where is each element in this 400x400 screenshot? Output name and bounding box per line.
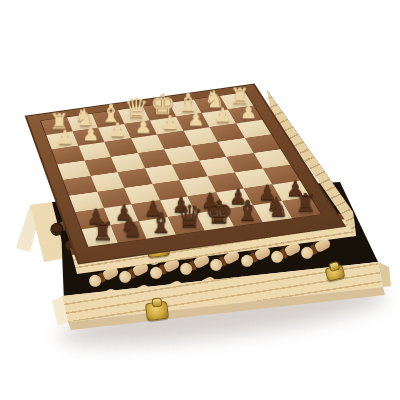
piece-white-pawn: ♟: [161, 113, 178, 132]
board-square: [244, 134, 280, 153]
board-square: ♜: [82, 225, 118, 247]
piece-black-king: ♚: [204, 196, 233, 228]
piece-white-pawn: ♟: [109, 120, 126, 139]
piece-black-queen: ♛: [176, 201, 204, 232]
piece-white-pawn: ♟: [82, 124, 99, 143]
piece-black-bishop: ♝: [148, 208, 173, 236]
board-square: ♟: [150, 117, 183, 135]
piece-black-rook: ♜: [92, 220, 114, 245]
piece-white-pawn: ♟: [135, 117, 152, 136]
board-square: ♝: [139, 217, 176, 239]
chess-set-photo: ♜♞♝♛♚♝♞♜♟♟♟♟♟♟♟♟♟♟♟♟♟♟♟♟♜♞♝♛♚♝♞♜: [0, 0, 400, 400]
piece-black-knight: ♞: [120, 214, 144, 241]
piece-black-bishop: ♝: [235, 196, 260, 224]
brass-clasp-tray-front: [145, 301, 169, 322]
board-square: [226, 153, 262, 172]
piece-white-pawn: ♟: [214, 106, 231, 125]
board-square: ♟: [98, 124, 131, 142]
piece-black-rook: ♜: [295, 191, 317, 216]
piece-white-pawn: ♟: [56, 128, 73, 147]
piece-white-pawn: ♟: [187, 109, 204, 128]
board-square: [191, 142, 226, 161]
piece-black-knight: ♞: [265, 193, 289, 220]
board-square: ♞: [110, 221, 146, 243]
piece-white-pawn: ♟: [240, 102, 257, 121]
